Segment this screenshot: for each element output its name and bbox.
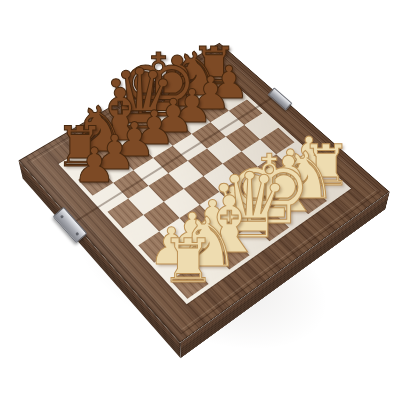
piece-black-bishop-c8: ♝ [88, 80, 153, 152]
piece-black-knight-b8: ♞ [72, 100, 128, 163]
piece-white-rook-h1: ♜ [301, 139, 352, 195]
piece-white-king-e1: ♚ [226, 143, 312, 238]
piece-white-queen-d1: ♛ [209, 161, 290, 251]
piece-black-pawn-a7: ♟ [73, 141, 116, 189]
piece-black-queen-d8: ♛ [102, 58, 176, 141]
piece-white-bishop-c1: ♝ [194, 186, 264, 264]
piece-white-pawn-c2: ♟ [190, 194, 235, 244]
piece-white-rook-a1: ♜ [161, 231, 215, 291]
piece-white-knight-g1: ♞ [278, 144, 336, 209]
piece-black-pawn-d7: ♟ [133, 105, 175, 152]
piece-black-knight-g8: ♞ [169, 44, 223, 104]
piece-black-rook-a8: ♜ [55, 119, 105, 175]
piece-white-knight-b1: ♞ [178, 209, 239, 277]
piece-white-pawn-g2: ♟ [269, 143, 312, 191]
piece-black-king-e8: ♚ [119, 42, 198, 130]
pieces-layer: ♜♞♝♛♚♝♞♜♟♟♟♟♟♟♟♟♟♟♟♟♟♟♟♟♜♞♝♛♚♝♞♜ [0, 0, 400, 400]
piece-black-pawn-e7: ♟ [153, 94, 195, 140]
piece-white-pawn-h2: ♟ [287, 131, 330, 179]
piece-black-pawn-g7: ♟ [190, 71, 231, 117]
piece-black-pawn-f7: ♟ [172, 82, 213, 128]
piece-black-bishop-f8: ♝ [146, 47, 209, 117]
piece-white-pawn-f2: ♟ [250, 155, 294, 204]
piece-white-pawn-b2: ♟ [170, 207, 215, 258]
piece-white-pawn-d2: ♟ [210, 181, 255, 231]
piece-black-pawn-h7: ♟ [209, 60, 250, 105]
piece-white-pawn-e2: ♟ [230, 168, 274, 217]
piece-black-pawn-b7: ♟ [93, 129, 136, 177]
piece-black-rook-h8: ♜ [191, 41, 238, 93]
piece-white-pawn-a2: ♟ [148, 221, 194, 272]
product-photo: ♜♞♝♛♚♝♞♜♟♟♟♟♟♟♟♟♟♟♟♟♟♟♟♟♜♞♝♛♚♝♞♜ [0, 0, 400, 400]
piece-white-bishop-f1: ♝ [254, 147, 322, 223]
piece-black-pawn-c7: ♟ [113, 117, 155, 164]
